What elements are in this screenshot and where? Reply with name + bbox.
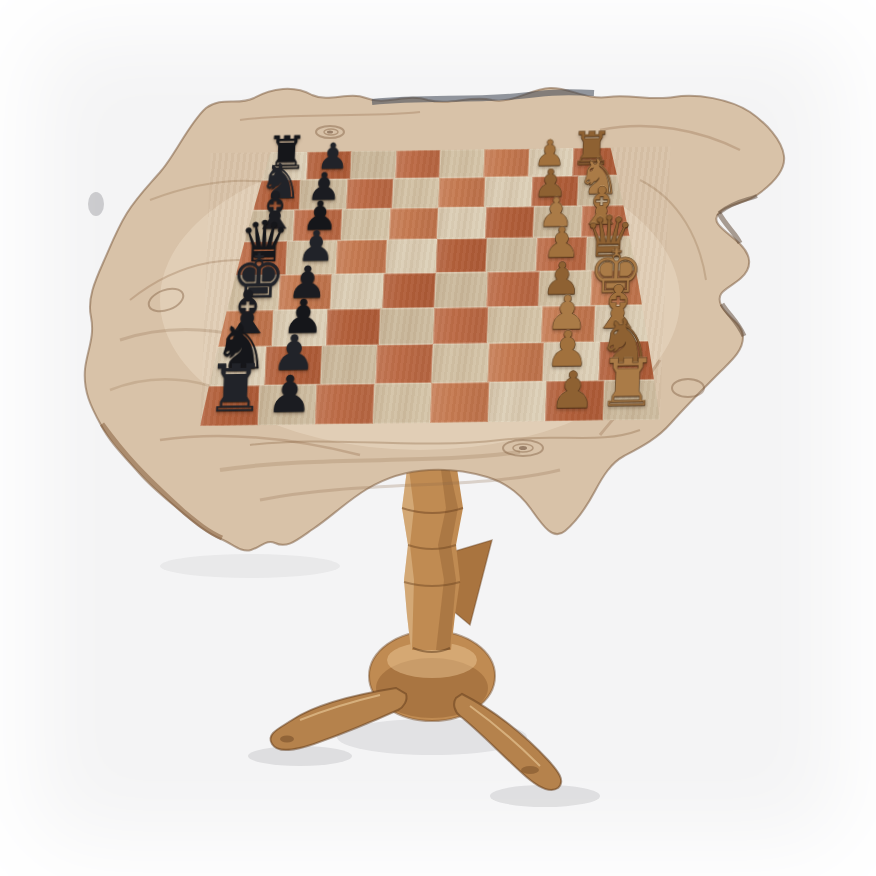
square-f3[interactable]	[487, 306, 542, 344]
square-e5[interactable]	[383, 272, 436, 308]
square-b6[interactable]	[346, 178, 393, 208]
table-illustration	[0, 0, 876, 876]
chessboard: ♜♞♝♛♚♝♞♜♟♟♟♟♟♟♟♟♟♟♟♟♟♟♟♟♜♞♝♛♚♝♞♜	[200, 147, 670, 427]
square-a5[interactable]	[395, 150, 440, 179]
piece-black-rook[interactable]: ♜	[205, 356, 266, 422]
square-e6[interactable]	[331, 273, 384, 309]
piece-white-rook[interactable]: ♜	[597, 350, 658, 416]
square-f4[interactable]	[433, 307, 488, 345]
square-e3[interactable]	[486, 271, 539, 307]
square-f6[interactable]	[326, 308, 381, 346]
square-g3[interactable]	[487, 343, 544, 382]
piece-black-pawn[interactable]: ♟	[266, 369, 314, 421]
square-g6[interactable]	[320, 345, 377, 384]
square-c5[interactable]	[389, 208, 438, 240]
square-b4[interactable]	[438, 177, 485, 207]
square-a3[interactable]	[484, 149, 529, 178]
square-h3[interactable]	[487, 381, 546, 422]
square-h5[interactable]	[373, 383, 432, 424]
piece-white-pawn[interactable]: ♟	[549, 365, 597, 417]
square-d3[interactable]	[486, 238, 537, 272]
square-a6[interactable]	[351, 150, 396, 179]
square-b5[interactable]	[392, 178, 439, 208]
square-a4[interactable]	[439, 149, 484, 178]
square-e4[interactable]	[434, 272, 487, 308]
pedestal-column	[402, 462, 463, 652]
square-c4[interactable]	[437, 207, 486, 239]
square-d6[interactable]	[336, 240, 387, 274]
square-f5[interactable]	[379, 307, 434, 345]
square-d5[interactable]	[386, 239, 437, 273]
square-c6[interactable]	[341, 208, 390, 240]
square-b3[interactable]	[485, 177, 532, 207]
square-h6[interactable]	[315, 384, 374, 425]
square-c3[interactable]	[485, 206, 534, 238]
square-d4[interactable]	[436, 238, 487, 272]
square-g4[interactable]	[432, 343, 489, 382]
photo-scene: ♜♞♝♛♚♝♞♜♟♟♟♟♟♟♟♟♟♟♟♟♟♟♟♟♜♞♝♛♚♝♞♜	[0, 0, 876, 876]
square-g5[interactable]	[376, 344, 433, 383]
square-h4[interactable]	[430, 382, 489, 423]
